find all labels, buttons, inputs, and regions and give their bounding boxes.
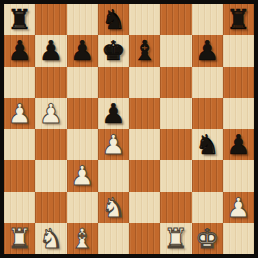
piece-white-knight[interactable]: ♞ xyxy=(98,192,129,223)
chess-board: ♜♞♜♟♟♟♚♝♟♟♟♟♟♞♟♟♞♟♜♞♝♜♚ xyxy=(0,0,258,258)
square-g3[interactable] xyxy=(192,160,223,191)
square-a4[interactable] xyxy=(4,129,35,160)
square-h4[interactable]: ♟ xyxy=(223,129,254,160)
square-g4[interactable]: ♞ xyxy=(192,129,223,160)
square-g7[interactable]: ♟ xyxy=(192,35,223,66)
piece-white-pawn[interactable]: ♟ xyxy=(98,129,129,160)
board-grid: ♜♞♜♟♟♟♚♝♟♟♟♟♟♞♟♟♞♟♜♞♝♜♚ xyxy=(4,4,254,254)
square-c7[interactable]: ♟ xyxy=(67,35,98,66)
piece-black-pawn[interactable]: ♟ xyxy=(35,35,66,66)
square-e1[interactable] xyxy=(129,223,160,254)
piece-black-pawn[interactable]: ♟ xyxy=(192,35,223,66)
square-b3[interactable] xyxy=(35,160,66,191)
square-e3[interactable] xyxy=(129,160,160,191)
square-g2[interactable] xyxy=(192,192,223,223)
square-b6[interactable] xyxy=(35,67,66,98)
square-c6[interactable] xyxy=(67,67,98,98)
piece-white-pawn[interactable]: ♟ xyxy=(223,192,254,223)
square-f7[interactable] xyxy=(160,35,191,66)
square-f4[interactable] xyxy=(160,129,191,160)
square-c4[interactable] xyxy=(67,129,98,160)
piece-white-bishop[interactable]: ♝ xyxy=(67,223,98,254)
square-h6[interactable] xyxy=(223,67,254,98)
square-g5[interactable] xyxy=(192,98,223,129)
square-e5[interactable] xyxy=(129,98,160,129)
piece-white-pawn[interactable]: ♟ xyxy=(67,160,98,191)
square-g6[interactable] xyxy=(192,67,223,98)
square-d1[interactable] xyxy=(98,223,129,254)
piece-black-pawn[interactable]: ♟ xyxy=(98,98,129,129)
piece-black-pawn[interactable]: ♟ xyxy=(67,35,98,66)
square-e6[interactable] xyxy=(129,67,160,98)
square-f3[interactable] xyxy=(160,160,191,191)
square-a7[interactable]: ♟ xyxy=(4,35,35,66)
square-a6[interactable] xyxy=(4,67,35,98)
piece-black-pawn[interactable]: ♟ xyxy=(4,35,35,66)
square-b2[interactable] xyxy=(35,192,66,223)
piece-black-knight[interactable]: ♞ xyxy=(192,129,223,160)
square-g1[interactable]: ♚ xyxy=(192,223,223,254)
piece-black-king[interactable]: ♚ xyxy=(98,35,129,66)
piece-black-rook[interactable]: ♜ xyxy=(4,4,35,35)
square-b1[interactable]: ♞ xyxy=(35,223,66,254)
square-d3[interactable] xyxy=(98,160,129,191)
square-c8[interactable] xyxy=(67,4,98,35)
square-a8[interactable]: ♜ xyxy=(4,4,35,35)
square-d8[interactable]: ♞ xyxy=(98,4,129,35)
square-h2[interactable]: ♟ xyxy=(223,192,254,223)
piece-white-king[interactable]: ♚ xyxy=(192,223,223,254)
square-h8[interactable]: ♜ xyxy=(223,4,254,35)
square-f6[interactable] xyxy=(160,67,191,98)
square-c5[interactable] xyxy=(67,98,98,129)
square-a3[interactable] xyxy=(4,160,35,191)
piece-black-pawn[interactable]: ♟ xyxy=(223,129,254,160)
square-h1[interactable] xyxy=(223,223,254,254)
square-a5[interactable]: ♟ xyxy=(4,98,35,129)
square-d4[interactable]: ♟ xyxy=(98,129,129,160)
square-g8[interactable] xyxy=(192,4,223,35)
square-e7[interactable]: ♝ xyxy=(129,35,160,66)
square-d7[interactable]: ♚ xyxy=(98,35,129,66)
piece-white-rook[interactable]: ♜ xyxy=(4,223,35,254)
square-e8[interactable] xyxy=(129,4,160,35)
piece-white-pawn[interactable]: ♟ xyxy=(35,98,66,129)
square-f5[interactable] xyxy=(160,98,191,129)
square-d6[interactable] xyxy=(98,67,129,98)
piece-black-rook[interactable]: ♜ xyxy=(223,4,254,35)
square-e4[interactable] xyxy=(129,129,160,160)
square-c3[interactable]: ♟ xyxy=(67,160,98,191)
square-c2[interactable] xyxy=(67,192,98,223)
square-f1[interactable]: ♜ xyxy=(160,223,191,254)
square-b5[interactable]: ♟ xyxy=(35,98,66,129)
square-h5[interactable] xyxy=(223,98,254,129)
square-d5[interactable]: ♟ xyxy=(98,98,129,129)
square-a1[interactable]: ♜ xyxy=(4,223,35,254)
square-h7[interactable] xyxy=(223,35,254,66)
square-f2[interactable] xyxy=(160,192,191,223)
square-f8[interactable] xyxy=(160,4,191,35)
square-a2[interactable] xyxy=(4,192,35,223)
square-d2[interactable]: ♞ xyxy=(98,192,129,223)
piece-white-rook[interactable]: ♜ xyxy=(160,223,191,254)
square-e2[interactable] xyxy=(129,192,160,223)
square-b4[interactable] xyxy=(35,129,66,160)
square-c1[interactable]: ♝ xyxy=(67,223,98,254)
piece-white-knight[interactable]: ♞ xyxy=(35,223,66,254)
square-b7[interactable]: ♟ xyxy=(35,35,66,66)
square-h3[interactable] xyxy=(223,160,254,191)
square-b8[interactable] xyxy=(35,4,66,35)
piece-black-bishop[interactable]: ♝ xyxy=(129,35,160,66)
piece-white-pawn[interactable]: ♟ xyxy=(4,98,35,129)
piece-black-knight[interactable]: ♞ xyxy=(98,4,129,35)
